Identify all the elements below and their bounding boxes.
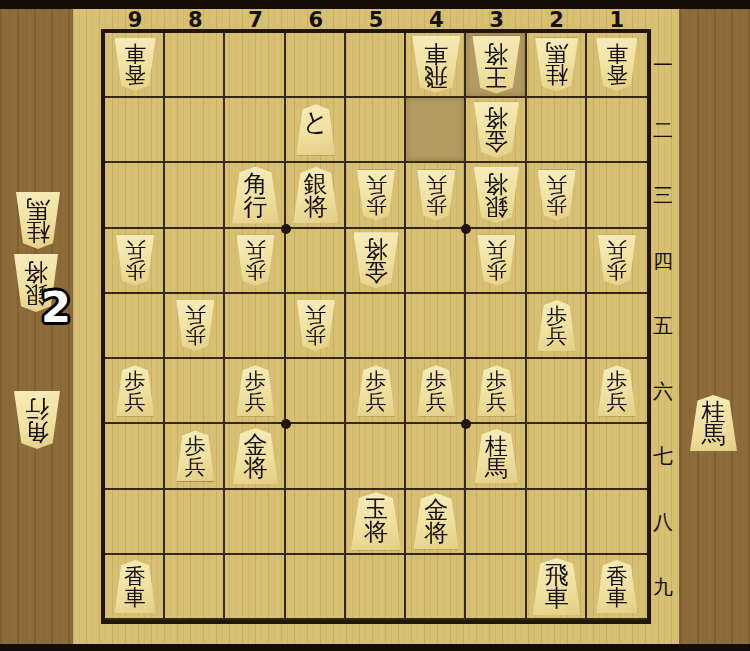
rank-label-4: 四 xyxy=(648,229,678,294)
square-1-7[interactable] xyxy=(587,424,647,489)
square-8-8[interactable] xyxy=(165,490,225,555)
rank-label-6: 六 xyxy=(648,359,678,424)
hoshi-dot xyxy=(281,419,291,429)
hoshi-dot xyxy=(461,419,471,429)
bottom-frame-strip xyxy=(0,644,750,651)
square-8-9[interactable] xyxy=(165,555,225,620)
square-2-2[interactable] xyxy=(527,98,587,163)
square-4-9[interactable] xyxy=(406,555,466,620)
rank-label-9: 九 xyxy=(648,555,678,620)
square-3-8[interactable] xyxy=(466,490,526,555)
rank-label-1: 一 xyxy=(648,33,678,98)
rank-label-2: 二 xyxy=(648,98,678,163)
square-1-8[interactable] xyxy=(587,490,647,555)
square-5-1[interactable] xyxy=(346,33,406,98)
hand-count-badge: 2 xyxy=(41,286,71,329)
square-3-9[interactable] xyxy=(466,555,526,620)
square-4-5[interactable] xyxy=(406,294,466,359)
square-9-3[interactable] xyxy=(105,163,165,228)
square-7-9[interactable] xyxy=(225,555,285,620)
square-5-7[interactable] xyxy=(346,424,406,489)
hoshi-dot xyxy=(461,224,471,234)
square-9-5[interactable] xyxy=(105,294,165,359)
board-frame: 香車飛車王将桂馬香車と金将角行銀将歩兵歩兵銀将歩兵歩兵歩兵金将歩兵歩兵歩兵歩兵歩… xyxy=(101,29,651,624)
square-2-6[interactable] xyxy=(527,359,587,424)
square-5-2[interactable] xyxy=(346,98,406,163)
square-5-9[interactable] xyxy=(346,555,406,620)
rank-label-3: 三 xyxy=(648,163,678,228)
hoshi-dot xyxy=(281,224,291,234)
square-7-8[interactable] xyxy=(225,490,285,555)
rank-label-7: 七 xyxy=(648,424,678,489)
square-4-7[interactable] xyxy=(406,424,466,489)
square-8-1[interactable] xyxy=(165,33,225,98)
piece-knight-sente-hand[interactable]: 桂馬 xyxy=(690,395,737,451)
square-6-6[interactable] xyxy=(286,359,346,424)
square-6-1[interactable] xyxy=(286,33,346,98)
square-1-5[interactable] xyxy=(587,294,647,359)
rank-label-8: 八 xyxy=(648,490,678,555)
square-9-2[interactable] xyxy=(105,98,165,163)
square-1-2[interactable] xyxy=(587,98,647,163)
piece-knight-gote-hand[interactable]: 桂馬 xyxy=(16,192,60,249)
square-3-5[interactable] xyxy=(466,294,526,359)
square-6-9[interactable] xyxy=(286,555,346,620)
rank-label-5: 五 xyxy=(648,294,678,359)
square-9-7[interactable] xyxy=(105,424,165,489)
square-6-4[interactable] xyxy=(286,229,346,294)
square-2-4[interactable] xyxy=(527,229,587,294)
piece-bishop-gote-hand[interactable]: 角行 xyxy=(14,391,60,449)
square-6-8[interactable] xyxy=(286,490,346,555)
square-5-5[interactable] xyxy=(346,294,406,359)
square-8-4[interactable] xyxy=(165,229,225,294)
square-7-1[interactable] xyxy=(225,33,285,98)
square-4-2[interactable] xyxy=(406,98,466,163)
square-6-7[interactable] xyxy=(286,424,346,489)
shogi-board-app: 987654321 一二三四五六七八九 香車飛車王将桂馬香車と金将角行銀将歩兵歩… xyxy=(0,0,750,651)
square-4-4[interactable] xyxy=(406,229,466,294)
square-7-2[interactable] xyxy=(225,98,285,163)
square-8-6[interactable] xyxy=(165,359,225,424)
square-2-7[interactable] xyxy=(527,424,587,489)
square-8-2[interactable] xyxy=(165,98,225,163)
square-2-8[interactable] xyxy=(527,490,587,555)
square-1-3[interactable] xyxy=(587,163,647,228)
square-7-5[interactable] xyxy=(225,294,285,359)
square-9-8[interactable] xyxy=(105,490,165,555)
square-8-3[interactable] xyxy=(165,163,225,228)
